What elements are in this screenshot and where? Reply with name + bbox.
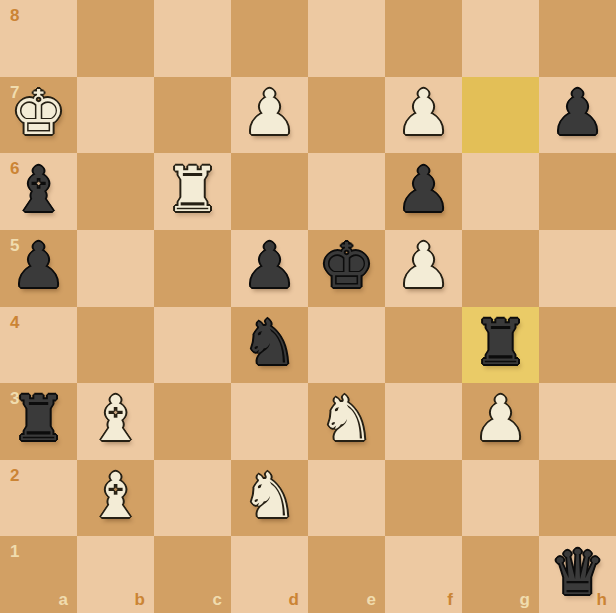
- square-a3[interactable]: 3♜: [0, 383, 77, 460]
- square-c1[interactable]: c: [154, 536, 231, 613]
- file-label-e: e: [367, 591, 376, 608]
- rank-label-8: 8: [10, 7, 19, 24]
- rank-label-1: 1: [10, 543, 19, 560]
- square-e7[interactable]: [308, 77, 385, 154]
- square-a5[interactable]: 5♟: [0, 230, 77, 307]
- black-rook[interactable]: ♜: [473, 312, 529, 374]
- square-b7[interactable]: [77, 77, 154, 154]
- square-c2[interactable]: [154, 460, 231, 537]
- white-pawn[interactable]: ♟: [396, 235, 452, 297]
- square-h5[interactable]: [539, 230, 616, 307]
- square-c7[interactable]: [154, 77, 231, 154]
- file-label-g: g: [520, 591, 530, 608]
- square-c3[interactable]: [154, 383, 231, 460]
- square-h8[interactable]: [539, 0, 616, 77]
- square-g5[interactable]: [462, 230, 539, 307]
- black-pawn[interactable]: ♟: [550, 82, 606, 144]
- white-pawn[interactable]: ♟: [242, 82, 298, 144]
- black-pawn[interactable]: ♟: [242, 235, 298, 297]
- white-knight[interactable]: ♞: [319, 388, 375, 450]
- square-h6[interactable]: [539, 153, 616, 230]
- square-e6[interactable]: [308, 153, 385, 230]
- square-d1[interactable]: d: [231, 536, 308, 613]
- black-bishop[interactable]: ♝: [11, 159, 67, 221]
- square-h3[interactable]: [539, 383, 616, 460]
- white-rook[interactable]: ♜: [165, 159, 221, 221]
- white-knight[interactable]: ♞: [242, 465, 298, 527]
- square-a2[interactable]: 2: [0, 460, 77, 537]
- square-b6[interactable]: [77, 153, 154, 230]
- chess-board: 87♚♟♟♟6♝♜♟5♟♟♚♟4♞♜3♜♝♞♟2♝♞1abcdefgh♛: [0, 0, 616, 613]
- square-f4[interactable]: [385, 307, 462, 384]
- square-d4[interactable]: ♞: [231, 307, 308, 384]
- black-queen[interactable]: ♛: [550, 542, 606, 604]
- square-f6[interactable]: ♟: [385, 153, 462, 230]
- rank-label-2: 2: [10, 467, 19, 484]
- square-f7[interactable]: ♟: [385, 77, 462, 154]
- square-e5[interactable]: ♚: [308, 230, 385, 307]
- white-bishop[interactable]: ♝: [88, 388, 144, 450]
- black-king[interactable]: ♚: [319, 235, 375, 297]
- square-h4[interactable]: [539, 307, 616, 384]
- square-d5[interactable]: ♟: [231, 230, 308, 307]
- square-a4[interactable]: 4: [0, 307, 77, 384]
- square-e3[interactable]: ♞: [308, 383, 385, 460]
- black-pawn[interactable]: ♟: [396, 159, 452, 221]
- square-d7[interactable]: ♟: [231, 77, 308, 154]
- black-rook[interactable]: ♜: [11, 388, 67, 450]
- square-f3[interactable]: [385, 383, 462, 460]
- square-g7[interactable]: [462, 77, 539, 154]
- square-g3[interactable]: ♟: [462, 383, 539, 460]
- square-c4[interactable]: [154, 307, 231, 384]
- white-pawn[interactable]: ♟: [396, 82, 452, 144]
- square-e1[interactable]: e: [308, 536, 385, 613]
- square-h7[interactable]: ♟: [539, 77, 616, 154]
- square-b8[interactable]: [77, 0, 154, 77]
- square-c5[interactable]: [154, 230, 231, 307]
- square-d2[interactable]: ♞: [231, 460, 308, 537]
- square-b4[interactable]: [77, 307, 154, 384]
- black-pawn[interactable]: ♟: [11, 235, 67, 297]
- square-f5[interactable]: ♟: [385, 230, 462, 307]
- square-e4[interactable]: [308, 307, 385, 384]
- square-c6[interactable]: ♜: [154, 153, 231, 230]
- square-g1[interactable]: g: [462, 536, 539, 613]
- white-bishop[interactable]: ♝: [88, 465, 144, 527]
- square-d6[interactable]: [231, 153, 308, 230]
- square-g2[interactable]: [462, 460, 539, 537]
- square-f1[interactable]: f: [385, 536, 462, 613]
- square-f8[interactable]: [385, 0, 462, 77]
- square-g8[interactable]: [462, 0, 539, 77]
- square-d3[interactable]: [231, 383, 308, 460]
- square-b1[interactable]: b: [77, 536, 154, 613]
- rank-label-4: 4: [10, 314, 19, 331]
- square-h2[interactable]: [539, 460, 616, 537]
- square-h1[interactable]: h♛: [539, 536, 616, 613]
- file-label-d: d: [289, 591, 299, 608]
- square-g6[interactable]: [462, 153, 539, 230]
- file-label-b: b: [135, 591, 145, 608]
- square-e8[interactable]: [308, 0, 385, 77]
- square-b3[interactable]: ♝: [77, 383, 154, 460]
- square-a7[interactable]: 7♚: [0, 77, 77, 154]
- square-d8[interactable]: [231, 0, 308, 77]
- file-label-c: c: [213, 591, 222, 608]
- square-c8[interactable]: [154, 0, 231, 77]
- square-a8[interactable]: 8: [0, 0, 77, 77]
- white-king[interactable]: ♚: [11, 82, 67, 144]
- square-g4[interactable]: ♜: [462, 307, 539, 384]
- square-f2[interactable]: [385, 460, 462, 537]
- white-pawn[interactable]: ♟: [473, 388, 529, 450]
- black-knight[interactable]: ♞: [242, 312, 298, 374]
- file-label-a: a: [59, 591, 68, 608]
- square-a6[interactable]: 6♝: [0, 153, 77, 230]
- square-b2[interactable]: ♝: [77, 460, 154, 537]
- square-a1[interactable]: 1a: [0, 536, 77, 613]
- square-b5[interactable]: [77, 230, 154, 307]
- file-label-f: f: [447, 591, 453, 608]
- square-e2[interactable]: [308, 460, 385, 537]
